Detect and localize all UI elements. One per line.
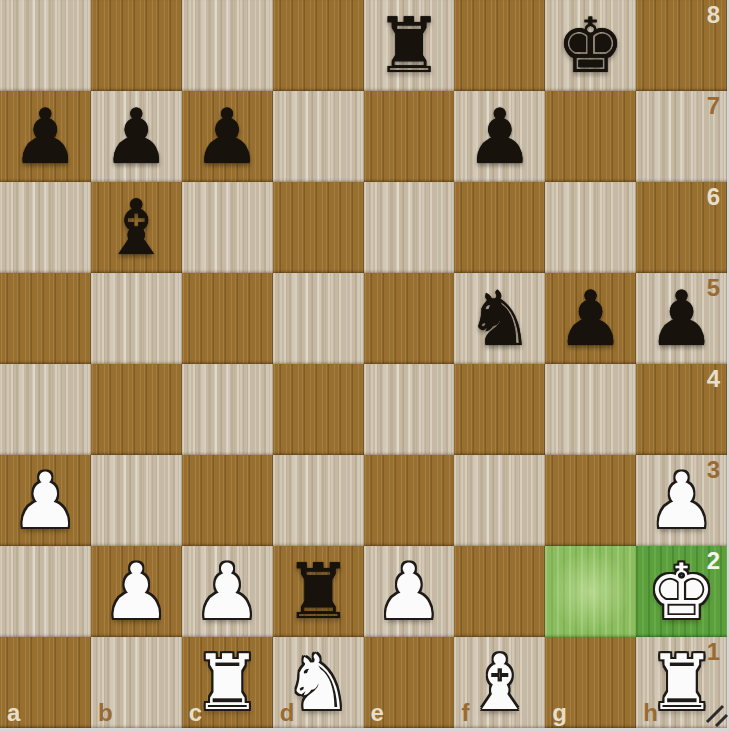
white-pawn[interactable]: ♟ <box>193 554 261 630</box>
rank-label-4: 4 <box>707 367 720 391</box>
square-b8[interactable] <box>91 0 182 91</box>
white-pawn[interactable]: ♟ <box>102 554 170 630</box>
square-b6[interactable]: ♝ <box>91 182 182 273</box>
black-pawn[interactable]: ♟ <box>466 99 534 175</box>
square-g4[interactable] <box>545 364 636 455</box>
square-h7[interactable]: 7 <box>636 91 727 182</box>
white-pawn[interactable]: ♟ <box>11 463 79 539</box>
file-label-g: g <box>552 701 567 725</box>
square-e8[interactable]: ♜ <box>364 0 455 91</box>
square-d7[interactable] <box>273 91 364 182</box>
square-c3[interactable] <box>182 455 273 546</box>
square-d8[interactable] <box>273 0 364 91</box>
square-a2[interactable] <box>0 546 91 637</box>
square-h2[interactable]: 2♚ <box>636 546 727 637</box>
chess-board: ♜♚8♟♟♟♟7♝6♞♟5♟4♟3♟♟♟♜♟2♚abc♜d♞ef♝g1h♜ <box>0 0 727 728</box>
square-h4[interactable]: 4 <box>636 364 727 455</box>
square-h8[interactable]: 8 <box>636 0 727 91</box>
square-f4[interactable] <box>454 364 545 455</box>
square-b2[interactable]: ♟ <box>91 546 182 637</box>
square-g3[interactable] <box>545 455 636 546</box>
square-c5[interactable] <box>182 273 273 364</box>
black-pawn[interactable]: ♟ <box>102 99 170 175</box>
square-d6[interactable] <box>273 182 364 273</box>
square-g1[interactable]: g <box>545 637 636 728</box>
square-b5[interactable] <box>91 273 182 364</box>
square-f1[interactable]: f♝ <box>454 637 545 728</box>
chess-board-page: ♜♚8♟♟♟♟7♝6♞♟5♟4♟3♟♟♟♜♟2♚abc♜d♞ef♝g1h♜ <box>0 0 729 732</box>
square-b7[interactable]: ♟ <box>91 91 182 182</box>
file-label-a: a <box>7 701 20 725</box>
square-g8[interactable]: ♚ <box>545 0 636 91</box>
square-d5[interactable] <box>273 273 364 364</box>
square-d4[interactable] <box>273 364 364 455</box>
square-e3[interactable] <box>364 455 455 546</box>
square-c4[interactable] <box>182 364 273 455</box>
square-f2[interactable] <box>454 546 545 637</box>
square-c7[interactable]: ♟ <box>182 91 273 182</box>
square-e5[interactable] <box>364 273 455 364</box>
square-e6[interactable] <box>364 182 455 273</box>
square-f7[interactable]: ♟ <box>454 91 545 182</box>
white-bishop[interactable]: ♝ <box>466 645 534 721</box>
black-pawn[interactable]: ♟ <box>557 281 625 357</box>
square-b1[interactable]: b <box>91 637 182 728</box>
square-d3[interactable] <box>273 455 364 546</box>
black-king[interactable]: ♚ <box>557 8 625 84</box>
square-a8[interactable] <box>0 0 91 91</box>
square-a7[interactable]: ♟ <box>0 91 91 182</box>
square-f5[interactable]: ♞ <box>454 273 545 364</box>
square-e2[interactable]: ♟ <box>364 546 455 637</box>
white-rook[interactable]: ♜ <box>193 645 261 721</box>
file-label-e: e <box>371 701 384 725</box>
black-rook[interactable]: ♜ <box>375 8 443 84</box>
board-resize-handle[interactable] <box>704 703 728 727</box>
white-king[interactable]: ♚ <box>647 554 715 630</box>
square-a6[interactable] <box>0 182 91 273</box>
white-knight[interactable]: ♞ <box>284 645 352 721</box>
black-bishop[interactable]: ♝ <box>102 190 170 266</box>
black-rook[interactable]: ♜ <box>284 554 352 630</box>
square-c6[interactable] <box>182 182 273 273</box>
square-c8[interactable] <box>182 0 273 91</box>
square-h6[interactable]: 6 <box>636 182 727 273</box>
black-knight[interactable]: ♞ <box>466 281 534 357</box>
white-pawn[interactable]: ♟ <box>647 463 715 539</box>
square-a1[interactable]: a <box>0 637 91 728</box>
white-pawn[interactable]: ♟ <box>375 554 443 630</box>
square-c2[interactable]: ♟ <box>182 546 273 637</box>
square-g5[interactable]: ♟ <box>545 273 636 364</box>
rank-label-8: 8 <box>707 3 720 27</box>
square-b4[interactable] <box>91 364 182 455</box>
black-pawn[interactable]: ♟ <box>193 99 261 175</box>
square-h5[interactable]: 5♟ <box>636 273 727 364</box>
square-e4[interactable] <box>364 364 455 455</box>
black-pawn[interactable]: ♟ <box>11 99 79 175</box>
square-g6[interactable] <box>545 182 636 273</box>
square-f8[interactable] <box>454 0 545 91</box>
square-e1[interactable]: e <box>364 637 455 728</box>
square-d1[interactable]: d♞ <box>273 637 364 728</box>
square-f6[interactable] <box>454 182 545 273</box>
square-e7[interactable] <box>364 91 455 182</box>
square-h3[interactable]: 3♟ <box>636 455 727 546</box>
square-b3[interactable] <box>91 455 182 546</box>
rank-label-6: 6 <box>707 185 720 209</box>
square-c1[interactable]: c♜ <box>182 637 273 728</box>
square-f3[interactable] <box>454 455 545 546</box>
file-label-b: b <box>98 701 113 725</box>
square-g7[interactable] <box>545 91 636 182</box>
square-a4[interactable] <box>0 364 91 455</box>
square-a3[interactable]: ♟ <box>0 455 91 546</box>
square-a5[interactable] <box>0 273 91 364</box>
rank-label-7: 7 <box>707 94 720 118</box>
square-d2[interactable]: ♜ <box>273 546 364 637</box>
black-pawn[interactable]: ♟ <box>647 281 715 357</box>
square-g2[interactable] <box>545 546 636 637</box>
